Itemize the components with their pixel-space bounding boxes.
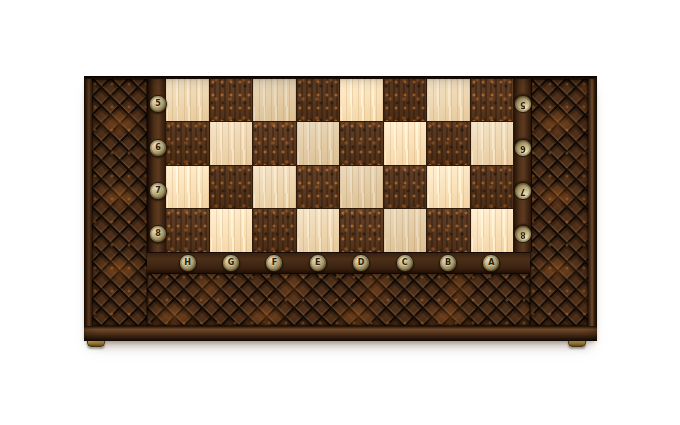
board-edge-left: [84, 76, 92, 326]
photo-canvas: 56785678HGFEDCBA: [0, 0, 680, 425]
square-g6: [210, 122, 253, 165]
file-stud-e: E: [309, 254, 327, 272]
square-f7: [253, 166, 296, 209]
square-c7: [384, 166, 427, 209]
file-stud-g: G: [222, 254, 240, 272]
square-c8: [384, 209, 427, 252]
square-h8: [166, 209, 209, 252]
square-f8: [253, 209, 296, 252]
square-f5: [253, 78, 296, 121]
board-edge-bottom: [84, 326, 597, 341]
carved-lattice-panel-bottom: [147, 272, 530, 326]
square-d6: [340, 122, 383, 165]
square-a5: [471, 78, 514, 121]
square-d7: [340, 166, 383, 209]
rank-stud-right-5: 5: [514, 95, 532, 113]
rank-stud-right-8: 8: [514, 225, 532, 243]
chessboard: [165, 78, 514, 252]
square-b5: [427, 78, 470, 121]
square-e8: [297, 209, 340, 252]
square-a6: [471, 122, 514, 165]
file-stud-c: C: [396, 254, 414, 272]
carved-lattice-panel-left: [92, 79, 147, 326]
rank-stud-right-6: 6: [514, 139, 532, 157]
rank-stud-left-5: 5: [149, 95, 167, 113]
square-h6: [166, 122, 209, 165]
square-e7: [297, 166, 340, 209]
square-c5: [384, 78, 427, 121]
square-d8: [340, 209, 383, 252]
square-e6: [297, 122, 340, 165]
square-h7: [166, 166, 209, 209]
carved-lattice-panel-right: [530, 79, 588, 326]
square-b6: [427, 122, 470, 165]
rank-stud-left-8: 8: [149, 225, 167, 243]
rank-stud-left-7: 7: [149, 182, 167, 200]
square-a8: [471, 209, 514, 252]
square-g7: [210, 166, 253, 209]
square-g5: [210, 78, 253, 121]
square-d5: [340, 78, 383, 121]
square-g8: [210, 209, 253, 252]
square-b7: [427, 166, 470, 209]
square-c6: [384, 122, 427, 165]
rank-stud-left-6: 6: [149, 139, 167, 157]
square-h5: [166, 78, 209, 121]
file-label-strip: [147, 252, 530, 274]
square-b8: [427, 209, 470, 252]
file-stud-b: B: [439, 254, 457, 272]
board-edge-right: [588, 76, 597, 326]
file-stud-h: H: [179, 254, 197, 272]
board-edge-top: [84, 76, 597, 79]
square-a7: [471, 166, 514, 209]
game-board: 56785678HGFEDCBA: [84, 76, 597, 341]
square-f6: [253, 122, 296, 165]
square-e5: [297, 78, 340, 121]
rank-stud-right-7: 7: [514, 182, 532, 200]
